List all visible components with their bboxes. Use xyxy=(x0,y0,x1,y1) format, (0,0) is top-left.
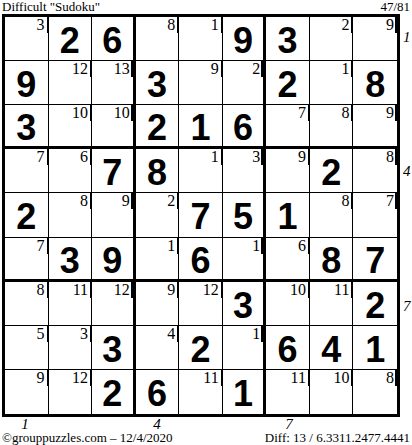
cell-r8c7[interactable]: 6 xyxy=(266,326,310,370)
cell-r5c2[interactable]: 8 xyxy=(49,193,93,237)
cell-r3c6[interactable]: 6 xyxy=(223,105,267,149)
move-number: 7 xyxy=(37,149,45,165)
given-digit: 3 xyxy=(278,23,298,59)
cell-r3c9[interactable]: 9 xyxy=(353,105,397,149)
corner-tick xyxy=(261,149,263,165)
cell-r6c1[interactable]: 7 xyxy=(5,238,49,282)
cell-r7c9[interactable]: 2 xyxy=(353,282,397,326)
cell-r6c6[interactable]: 1 xyxy=(223,238,267,282)
given-digit: 5 xyxy=(233,199,253,235)
progress-counter: 47/81 xyxy=(380,0,410,14)
cell-r1c4[interactable]: 8 xyxy=(136,17,180,61)
move-number: 11 xyxy=(334,282,349,298)
row-label-1: 1 xyxy=(403,30,411,45)
cell-r7c4[interactable]: 9 xyxy=(136,282,180,326)
difficulty-text: Diff: 13 / 6.3311.2477.4441 xyxy=(265,430,410,445)
cell-r3c8[interactable]: 8 xyxy=(310,105,354,149)
cell-r9c6[interactable]: 1 xyxy=(223,370,267,414)
given-digit: 9 xyxy=(102,243,122,279)
move-number: 2 xyxy=(252,61,260,77)
move-number: 8 xyxy=(386,149,394,165)
corner-tick xyxy=(395,149,397,165)
cell-r6c5[interactable]: 6 xyxy=(179,238,223,282)
given-digit: 3 xyxy=(147,67,167,103)
cell-r9c8[interactable]: 10 xyxy=(310,370,354,414)
move-number: 6 xyxy=(80,149,88,165)
cell-r8c2[interactable]: 3 xyxy=(49,326,93,370)
move-number: 10 xyxy=(290,282,306,298)
cell-r2c9[interactable]: 8 xyxy=(353,61,397,105)
row-label-7: 7 xyxy=(403,299,411,314)
corner-tick xyxy=(131,61,133,77)
cell-r7c3[interactable]: 12 xyxy=(92,282,136,326)
move-number: 1 xyxy=(252,238,260,254)
cell-r9c5[interactable]: 11 xyxy=(179,370,223,414)
cell-r3c2[interactable]: 10 xyxy=(49,105,93,149)
move-number: 7 xyxy=(386,193,394,209)
cell-r4c7[interactable]: 9 xyxy=(266,149,310,193)
given-digit: 8 xyxy=(147,155,167,191)
move-number: 9 xyxy=(37,370,45,386)
cell-r1c7[interactable]: 3 xyxy=(266,17,310,61)
cell-r1c6[interactable]: 9 xyxy=(223,17,267,61)
cell-r2c5[interactable]: 9 xyxy=(179,61,223,105)
move-number: 8 xyxy=(341,105,349,121)
given-digit: 3 xyxy=(102,332,122,368)
cell-r8c1[interactable]: 5 xyxy=(5,326,49,370)
move-number: 9 xyxy=(386,105,394,121)
move-number: 2 xyxy=(167,193,175,209)
cell-r5c3[interactable]: 9 xyxy=(92,193,136,237)
move-number: 1 xyxy=(252,326,260,342)
cell-r5c7[interactable]: 1 xyxy=(266,193,310,237)
cell-r1c2[interactable]: 2 xyxy=(49,17,93,61)
given-digit: 7 xyxy=(102,155,122,191)
corner-tick xyxy=(395,370,397,386)
move-number: 9 xyxy=(122,193,130,209)
given-digit: 6 xyxy=(233,110,253,146)
cell-r5c6[interactable]: 5 xyxy=(223,193,267,237)
sudoku-board: 3268193299121339221831010216789767813928… xyxy=(2,14,400,417)
given-digit: 3 xyxy=(60,243,80,279)
move-number: 3 xyxy=(252,149,260,165)
given-digit: 3 xyxy=(16,110,36,146)
move-number: 8 xyxy=(37,282,45,298)
corner-tick xyxy=(395,105,397,121)
move-number: 3 xyxy=(37,17,45,33)
move-number: 8 xyxy=(341,193,349,209)
cell-r8c4[interactable]: 4 xyxy=(136,326,180,370)
cell-r4c6[interactable]: 3 xyxy=(223,149,267,193)
given-digit: 7 xyxy=(190,199,210,235)
cell-r4c4[interactable]: 8 xyxy=(136,149,180,193)
cell-r5c8[interactable]: 8 xyxy=(310,193,354,237)
cell-r9c9[interactable]: 8 xyxy=(353,370,397,414)
given-digit: 6 xyxy=(278,332,298,368)
copyright-text: ©grouppuzzles.com – 12/4/2020 xyxy=(2,430,173,445)
given-digit: 2 xyxy=(102,376,122,412)
move-number: 1 xyxy=(211,17,219,33)
cell-r4c1[interactable]: 7 xyxy=(5,149,49,193)
cell-r2c6[interactable]: 2 xyxy=(223,61,267,105)
given-digit: 1 xyxy=(278,199,298,235)
cell-r6c3[interactable]: 9 xyxy=(92,238,136,282)
move-number: 12 xyxy=(203,282,219,298)
cell-r9c7[interactable]: 11 xyxy=(266,370,310,414)
corner-tick xyxy=(261,61,263,77)
move-number: 4 xyxy=(167,326,175,342)
corner-tick xyxy=(395,193,397,209)
cell-r2c7[interactable]: 2 xyxy=(266,61,310,105)
given-digit: 6 xyxy=(147,376,167,412)
cell-r4c3[interactable]: 7 xyxy=(92,149,136,193)
given-digit: 8 xyxy=(321,243,341,279)
cell-r3c1[interactable]: 3 xyxy=(5,105,49,149)
cell-r5c9[interactable]: 7 xyxy=(353,193,397,237)
cell-r8c6[interactable]: 1 xyxy=(223,326,267,370)
cell-r8c8[interactable]: 4 xyxy=(310,326,354,370)
given-digit: 1 xyxy=(190,110,210,146)
move-number: 9 xyxy=(298,149,306,165)
move-number: 11 xyxy=(73,282,88,298)
cell-r4c8[interactable]: 2 xyxy=(310,149,354,193)
cell-r6c7[interactable]: 6 xyxy=(266,238,310,282)
cell-r7c2[interactable]: 11 xyxy=(49,282,93,326)
given-digit: 2 xyxy=(16,199,36,235)
cell-r7c8[interactable]: 11 xyxy=(310,282,354,326)
corner-tick xyxy=(261,238,263,254)
cell-r4c2[interactable]: 6 xyxy=(49,149,93,193)
cell-r7c5[interactable]: 12 xyxy=(179,282,223,326)
move-number: 6 xyxy=(298,238,306,254)
cell-r6c9[interactable]: 7 xyxy=(353,238,397,282)
corner-tick xyxy=(131,105,133,121)
cell-r7c7[interactable]: 10 xyxy=(266,282,310,326)
cell-r9c2[interactable]: 12 xyxy=(49,370,93,414)
cell-r1c9[interactable]: 9 xyxy=(353,17,397,61)
move-number: 9 xyxy=(167,282,175,298)
cell-r9c4[interactable]: 6 xyxy=(136,370,180,414)
move-number: 8 xyxy=(80,193,88,209)
move-number: 2 xyxy=(341,17,349,33)
given-digit: 2 xyxy=(278,67,298,103)
cell-r8c3[interactable]: 3 xyxy=(92,326,136,370)
corner-tick xyxy=(131,193,133,209)
cell-r1c8[interactable]: 2 xyxy=(310,17,354,61)
cell-r2c1[interactable]: 9 xyxy=(5,61,49,105)
given-digit: 6 xyxy=(190,243,210,279)
given-digit: 4 xyxy=(321,332,341,368)
page-title: Difficult "Sudoku" xyxy=(2,0,100,14)
cell-r3c5[interactable]: 1 xyxy=(179,105,223,149)
given-digit: 8 xyxy=(365,67,385,103)
cell-r2c8[interactable]: 1 xyxy=(310,61,354,105)
given-digit: 6 xyxy=(102,23,122,59)
cell-r3c4[interactable]: 2 xyxy=(136,105,180,149)
cell-r8c9[interactable]: 1 xyxy=(353,326,397,370)
given-digit: 3 xyxy=(233,288,253,324)
sudoku-page: Difficult "Sudoku" 47/81 326819329912133… xyxy=(0,0,412,445)
given-digit: 1 xyxy=(233,376,253,412)
cell-r1c5[interactable]: 1 xyxy=(179,17,223,61)
move-number: 12 xyxy=(72,61,88,77)
cell-r5c5[interactable]: 7 xyxy=(179,193,223,237)
move-number: 7 xyxy=(37,238,45,254)
cell-r7c6[interactable]: 3 xyxy=(223,282,267,326)
cell-r9c1[interactable]: 9 xyxy=(5,370,49,414)
given-digit: 1 xyxy=(365,332,385,368)
cell-r1c1[interactable]: 3 xyxy=(5,17,49,61)
move-number: 1 xyxy=(211,149,219,165)
cell-r7c1[interactable]: 8 xyxy=(5,282,49,326)
cell-r5c1[interactable]: 2 xyxy=(5,193,49,237)
corner-tick xyxy=(395,17,397,33)
move-number: 9 xyxy=(211,61,219,77)
given-digit: 7 xyxy=(365,243,385,279)
move-number: 11 xyxy=(203,370,218,386)
move-number: 10 xyxy=(114,105,130,121)
given-digit: 2 xyxy=(60,23,80,59)
move-number: 12 xyxy=(114,282,130,298)
move-number: 13 xyxy=(114,61,130,77)
move-number: 8 xyxy=(167,17,175,33)
given-digit: 9 xyxy=(233,23,253,59)
row-label-4: 4 xyxy=(403,164,411,179)
cell-r6c2[interactable]: 3 xyxy=(49,238,93,282)
move-number: 5 xyxy=(37,326,45,342)
move-number: 1 xyxy=(341,61,349,77)
given-digit: 2 xyxy=(321,155,341,191)
cell-r2c2[interactable]: 12 xyxy=(49,61,93,105)
corner-tick xyxy=(131,282,133,298)
cell-r2c4[interactable]: 3 xyxy=(136,61,180,105)
cell-r8c5[interactable]: 2 xyxy=(179,326,223,370)
cell-r6c4[interactable]: 1 xyxy=(136,238,180,282)
move-number: 3 xyxy=(80,326,88,342)
cell-r6c8[interactable]: 8 xyxy=(310,238,354,282)
cell-r4c9[interactable]: 8 xyxy=(353,149,397,193)
cell-r1c3[interactable]: 6 xyxy=(92,17,136,61)
move-number: 7 xyxy=(298,105,306,121)
cell-r2c3[interactable]: 13 xyxy=(92,61,136,105)
given-digit: 2 xyxy=(365,288,385,324)
cell-r9c3[interactable]: 2 xyxy=(92,370,136,414)
cell-r3c7[interactable]: 7 xyxy=(266,105,310,149)
move-number: 10 xyxy=(333,370,349,386)
given-digit: 2 xyxy=(190,332,210,368)
cell-r5c4[interactable]: 2 xyxy=(136,193,180,237)
cell-r3c3[interactable]: 10 xyxy=(92,105,136,149)
corner-tick xyxy=(261,326,263,342)
move-number: 10 xyxy=(72,105,88,121)
given-digit: 9 xyxy=(16,67,36,103)
given-digit: 2 xyxy=(147,110,167,146)
move-number: 12 xyxy=(72,370,88,386)
move-number: 8 xyxy=(386,370,394,386)
move-number: 1 xyxy=(167,238,175,254)
move-number: 11 xyxy=(290,370,305,386)
move-number: 9 xyxy=(386,17,394,33)
cell-r4c5[interactable]: 1 xyxy=(179,149,223,193)
